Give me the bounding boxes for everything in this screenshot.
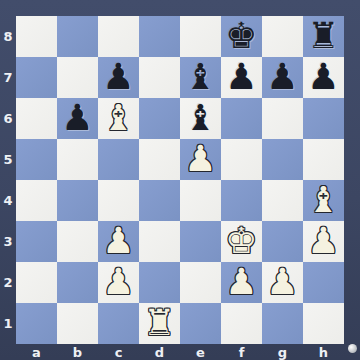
- square-e3[interactable]: [180, 221, 221, 262]
- square-b3[interactable]: [57, 221, 98, 262]
- piece-white-king[interactable]: ♚: [225, 223, 257, 259]
- piece-white-bishop[interactable]: ♝: [307, 182, 339, 218]
- piece-black-bishop[interactable]: ♝: [184, 59, 216, 95]
- piece-white-pawn[interactable]: ♟: [102, 223, 134, 259]
- piece-black-pawn[interactable]: ♟: [266, 59, 298, 95]
- square-b2[interactable]: [57, 262, 98, 303]
- square-e5[interactable]: ♟: [180, 139, 221, 180]
- file-label-d: d: [139, 344, 180, 360]
- square-a8[interactable]: [16, 16, 57, 57]
- square-f7[interactable]: ♟: [221, 57, 262, 98]
- rank-label-6: 6: [0, 98, 16, 139]
- square-b4[interactable]: [57, 180, 98, 221]
- square-f2[interactable]: ♟: [221, 262, 262, 303]
- board: ♚♜♟♝♟♟♟♟♝♝♟♝♟♚♟♟♟♟♜: [16, 16, 344, 344]
- piece-white-pawn[interactable]: ♟: [225, 264, 257, 300]
- square-d1[interactable]: ♜: [139, 303, 180, 344]
- square-h2[interactable]: [303, 262, 344, 303]
- square-f6[interactable]: [221, 98, 262, 139]
- square-c2[interactable]: ♟: [98, 262, 139, 303]
- square-d4[interactable]: [139, 180, 180, 221]
- square-g1[interactable]: [262, 303, 303, 344]
- rank-label-5: 5: [0, 139, 16, 180]
- file-label-b: b: [57, 344, 98, 360]
- square-d5[interactable]: [139, 139, 180, 180]
- square-b7[interactable]: [57, 57, 98, 98]
- square-a3[interactable]: [16, 221, 57, 262]
- file-labels: abcdefgh: [16, 344, 344, 360]
- square-d2[interactable]: [139, 262, 180, 303]
- square-e6[interactable]: ♝: [180, 98, 221, 139]
- square-b5[interactable]: [57, 139, 98, 180]
- square-c4[interactable]: [98, 180, 139, 221]
- square-f8[interactable]: ♚: [221, 16, 262, 57]
- rank-label-7: 7: [0, 57, 16, 98]
- square-h3[interactable]: ♟: [303, 221, 344, 262]
- file-label-g: g: [262, 344, 303, 360]
- square-c3[interactable]: ♟: [98, 221, 139, 262]
- square-d3[interactable]: [139, 221, 180, 262]
- square-b8[interactable]: [57, 16, 98, 57]
- side-to-move-indicator: [348, 344, 357, 353]
- square-h1[interactable]: [303, 303, 344, 344]
- piece-black-pawn[interactable]: ♟: [307, 59, 339, 95]
- rank-labels: 87654321: [0, 16, 16, 344]
- square-f1[interactable]: [221, 303, 262, 344]
- square-g2[interactable]: ♟: [262, 262, 303, 303]
- piece-black-pawn[interactable]: ♟: [225, 59, 257, 95]
- piece-white-pawn[interactable]: ♟: [184, 141, 216, 177]
- square-e8[interactable]: [180, 16, 221, 57]
- square-h5[interactable]: [303, 139, 344, 180]
- square-a4[interactable]: [16, 180, 57, 221]
- file-label-e: e: [180, 344, 221, 360]
- piece-black-pawn[interactable]: ♟: [61, 100, 93, 136]
- square-h4[interactable]: ♝: [303, 180, 344, 221]
- square-g5[interactable]: [262, 139, 303, 180]
- square-g4[interactable]: [262, 180, 303, 221]
- piece-white-pawn[interactable]: ♟: [307, 223, 339, 259]
- square-d7[interactable]: [139, 57, 180, 98]
- square-g8[interactable]: [262, 16, 303, 57]
- piece-black-king[interactable]: ♚: [225, 18, 257, 54]
- rank-label-2: 2: [0, 262, 16, 303]
- square-b1[interactable]: [57, 303, 98, 344]
- piece-white-rook[interactable]: ♜: [143, 305, 175, 341]
- square-g7[interactable]: ♟: [262, 57, 303, 98]
- square-c7[interactable]: ♟: [98, 57, 139, 98]
- square-a6[interactable]: [16, 98, 57, 139]
- square-g3[interactable]: [262, 221, 303, 262]
- square-b6[interactable]: ♟: [57, 98, 98, 139]
- square-f4[interactable]: [221, 180, 262, 221]
- piece-white-pawn[interactable]: ♟: [102, 264, 134, 300]
- square-e2[interactable]: [180, 262, 221, 303]
- square-a1[interactable]: [16, 303, 57, 344]
- piece-black-pawn[interactable]: ♟: [102, 59, 134, 95]
- square-c8[interactable]: [98, 16, 139, 57]
- square-f3[interactable]: ♚: [221, 221, 262, 262]
- piece-white-pawn[interactable]: ♟: [266, 264, 298, 300]
- file-label-h: h: [303, 344, 344, 360]
- square-f5[interactable]: [221, 139, 262, 180]
- square-e4[interactable]: [180, 180, 221, 221]
- rank-label-4: 4: [0, 180, 16, 221]
- square-h8[interactable]: ♜: [303, 16, 344, 57]
- square-e1[interactable]: [180, 303, 221, 344]
- square-a2[interactable]: [16, 262, 57, 303]
- square-h7[interactable]: ♟: [303, 57, 344, 98]
- piece-black-bishop[interactable]: ♝: [184, 100, 216, 136]
- square-d6[interactable]: [139, 98, 180, 139]
- piece-black-rook[interactable]: ♜: [307, 18, 339, 54]
- square-e7[interactable]: ♝: [180, 57, 221, 98]
- square-c1[interactable]: [98, 303, 139, 344]
- rank-label-8: 8: [0, 16, 16, 57]
- piece-white-bishop[interactable]: ♝: [102, 100, 134, 136]
- file-label-a: a: [16, 344, 57, 360]
- square-g6[interactable]: [262, 98, 303, 139]
- rank-label-1: 1: [0, 303, 16, 344]
- square-h6[interactable]: [303, 98, 344, 139]
- chess-board-frame: 87654321 ♚♜♟♝♟♟♟♟♝♝♟♝♟♚♟♟♟♟♜ abcdefgh: [0, 0, 360, 360]
- file-label-c: c: [98, 344, 139, 360]
- square-c6[interactable]: ♝: [98, 98, 139, 139]
- square-a7[interactable]: [16, 57, 57, 98]
- rank-label-3: 3: [0, 221, 16, 262]
- square-d8[interactable]: [139, 16, 180, 57]
- square-c5[interactable]: [98, 139, 139, 180]
- square-a5[interactable]: [16, 139, 57, 180]
- file-label-f: f: [221, 344, 262, 360]
